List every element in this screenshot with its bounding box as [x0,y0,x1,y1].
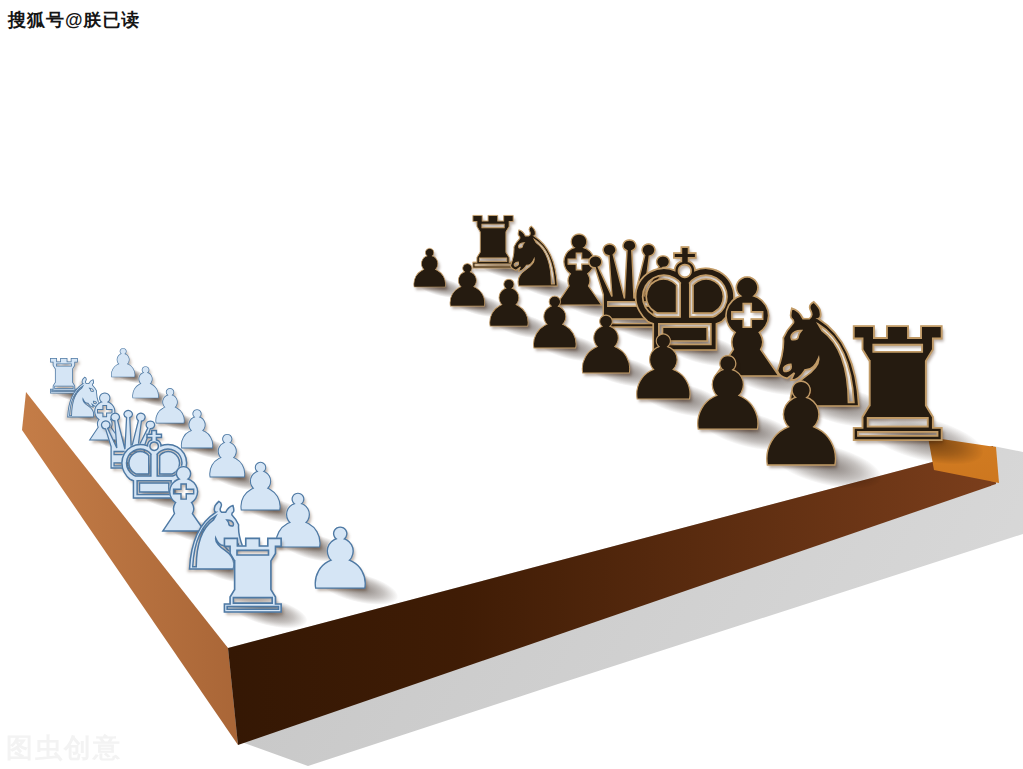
square-e5 [393,392,514,441]
square-f4 [358,441,483,496]
square-b4 [226,343,320,383]
square-a4 [201,323,289,360]
square-b6 [352,306,454,345]
square-a6 [321,288,416,324]
square-b5 [289,324,387,363]
black-pawn-glyph: ♟ [750,369,853,484]
square-a5 [260,306,352,343]
square-g5 [483,450,626,509]
white-rook-glyph: ♜ [208,527,298,628]
stock-illustration-chess-set: 搜狐号@朕已读 ♜♞♝♛♚♝♞♜♟♟♟♟♟♟♟♟♟♟♟♟♟♟♟♟♜♞♝♛♚♝♞♜… [0,0,1023,769]
piece-black-pawn: ♟ [750,369,853,484]
square-c6 [387,325,496,367]
square-c5 [320,345,424,387]
square-g4 [400,473,536,533]
square-d4 [285,387,392,433]
square-f5 [435,419,566,473]
piece-white-pawn: ♟ [303,518,378,602]
square-e4 [320,412,436,462]
white-pawn-glyph: ♟ [303,518,378,602]
watermark-tuchong: 图虫创意 [6,730,122,766]
piece-white-rook: ♜ [208,527,298,628]
watermark-sohu: 搜狐号@朕已读 [8,8,141,32]
square-c4 [254,364,354,407]
square-d5 [355,367,467,413]
